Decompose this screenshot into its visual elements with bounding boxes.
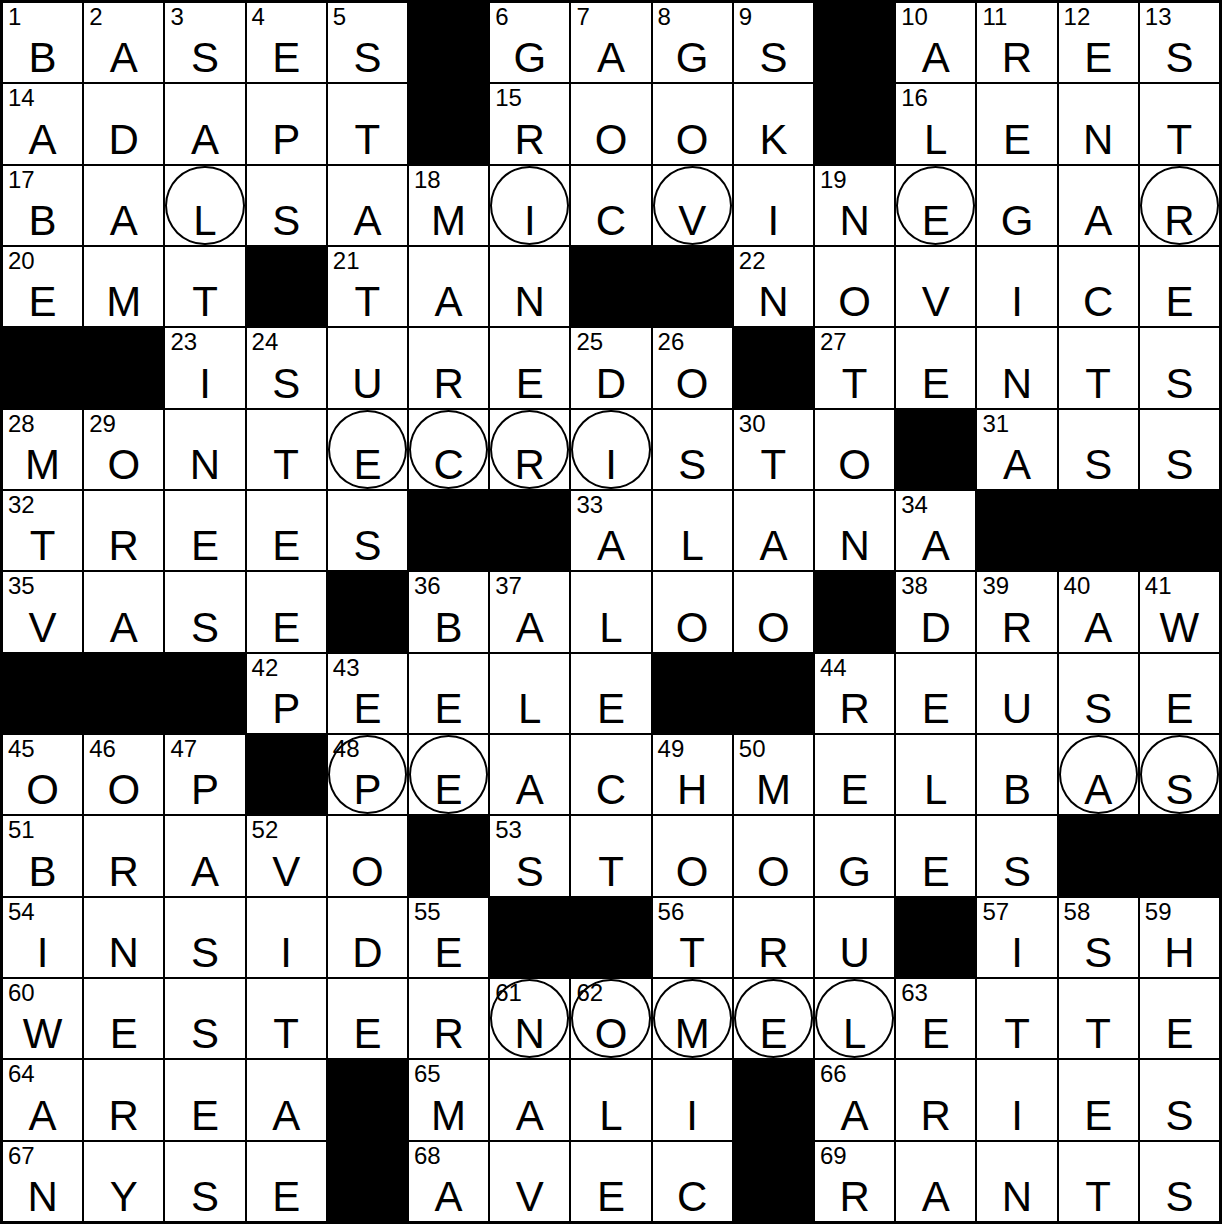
grid-cell-r12c4[interactable]: I — [247, 898, 326, 977]
clue-number: 41 — [1145, 574, 1172, 598]
grid-cell-r2c14[interactable]: N — [1059, 84, 1138, 163]
grid-cell-r1c9[interactable]: 8G — [653, 3, 732, 82]
grid-cell-r5c7[interactable]: E — [490, 328, 569, 407]
grid-cell-r9c13[interactable]: U — [977, 654, 1056, 733]
cell-letter: T — [653, 932, 732, 974]
clue-number: 8 — [658, 5, 671, 29]
clue-number: 49 — [658, 737, 685, 761]
grid-cell-r15c15[interactable]: S — [1140, 1142, 1219, 1221]
grid-cell-r13c5[interactable]: E — [328, 979, 407, 1058]
black-square-r1c11 — [815, 3, 894, 82]
black-square-r12c7 — [490, 898, 569, 977]
cell-letter: R — [84, 1095, 163, 1137]
grid-cell-r11c10[interactable]: O — [734, 816, 813, 895]
grid-cell-r7c8[interactable]: 33A — [571, 491, 650, 570]
grid-cell-r8c10[interactable]: O — [734, 572, 813, 651]
grid-cell-r10c6[interactable]: E — [409, 735, 488, 814]
grid-cell-r1c3[interactable]: 3S — [165, 3, 244, 82]
grid-cell-r6c13[interactable]: 31A — [977, 410, 1056, 489]
grid-cell-r10c9[interactable]: 49H — [653, 735, 732, 814]
grid-cell-r7c1[interactable]: 32T — [3, 491, 82, 570]
cell-letter: S — [734, 37, 813, 79]
cell-letter: M — [653, 1013, 732, 1055]
grid-cell-r1c5[interactable]: 5S — [328, 3, 407, 82]
grid-cell-r8c13[interactable]: 39R — [977, 572, 1056, 651]
cell-letter: A — [165, 119, 244, 161]
clue-number: 17 — [8, 168, 35, 192]
grid-cell-r7c3[interactable]: E — [165, 491, 244, 570]
grid-cell-r3c10[interactable]: I — [734, 166, 813, 245]
cell-letter: D — [84, 119, 163, 161]
grid-cell-r3c1[interactable]: 17B — [3, 166, 82, 245]
grid-cell-r3c11[interactable]: 19N — [815, 166, 894, 245]
grid-cell-r6c6[interactable]: C — [409, 410, 488, 489]
grid-cell-r6c14[interactable]: S — [1059, 410, 1138, 489]
grid-cell-r6c8[interactable]: I — [571, 410, 650, 489]
grid-cell-r3c4[interactable]: S — [247, 166, 326, 245]
clue-number: 66 — [820, 1062, 847, 1086]
clue-number: 32 — [8, 493, 35, 517]
cell-letter: P — [247, 688, 326, 730]
grid-cell-r12c13[interactable]: 57I — [977, 898, 1056, 977]
grid-cell-r12c15[interactable]: 59H — [1140, 898, 1219, 977]
grid-cell-r14c6[interactable]: 65M — [409, 1060, 488, 1139]
cell-letter: S — [1140, 444, 1219, 486]
grid-cell-r1c15[interactable]: 13S — [1140, 3, 1219, 82]
black-square-r11c15 — [1140, 816, 1219, 895]
clue-number: 38 — [901, 574, 928, 598]
cell-letter: R — [490, 119, 569, 161]
grid-cell-r10c14[interactable]: A — [1059, 735, 1138, 814]
grid-cell-r8c14[interactable]: 40A — [1059, 572, 1138, 651]
cell-letter: A — [734, 525, 813, 567]
grid-cell-r5c12[interactable]: E — [896, 328, 975, 407]
grid-cell-r7c4[interactable]: E — [247, 491, 326, 570]
cell-letter: T — [328, 281, 407, 323]
grid-cell-r10c8[interactable]: C — [571, 735, 650, 814]
cell-letter: E — [571, 1176, 650, 1218]
grid-cell-r14c14[interactable]: E — [1059, 1060, 1138, 1139]
grid-cell-r2c7[interactable]: 15R — [490, 84, 569, 163]
grid-cell-r15c8[interactable]: E — [571, 1142, 650, 1221]
clue-number: 48 — [333, 737, 360, 761]
grid-cell-r1c8[interactable]: 7A — [571, 3, 650, 82]
grid-cell-r2c3[interactable]: A — [165, 84, 244, 163]
grid-cell-r12c1[interactable]: 54I — [3, 898, 82, 977]
grid-cell-r2c4[interactable]: P — [247, 84, 326, 163]
grid-cell-r3c5[interactable]: A — [328, 166, 407, 245]
cell-letter: E — [328, 444, 407, 486]
grid-cell-r14c13[interactable]: I — [977, 1060, 1056, 1139]
cell-letter: T — [1140, 119, 1219, 161]
grid-cell-r4c1[interactable]: 20E — [3, 247, 82, 326]
grid-cell-r4c14[interactable]: C — [1059, 247, 1138, 326]
cell-letter: E — [1059, 37, 1138, 79]
grid-cell-r14c7[interactable]: A — [490, 1060, 569, 1139]
grid-cell-r5c8[interactable]: 25D — [571, 328, 650, 407]
grid-cell-r3c12[interactable]: E — [896, 166, 975, 245]
clue-number: 14 — [8, 86, 35, 110]
black-square-r8c5 — [328, 572, 407, 651]
grid-cell-r10c2[interactable]: 46O — [84, 735, 163, 814]
grid-cell-r1c10[interactable]: 9S — [734, 3, 813, 82]
grid-cell-r4c15[interactable]: E — [1140, 247, 1219, 326]
grid-cell-r7c2[interactable]: R — [84, 491, 163, 570]
grid-cell-r5c4[interactable]: 24S — [247, 328, 326, 407]
grid-cell-r7c10[interactable]: A — [734, 491, 813, 570]
grid-cell-r6c15[interactable]: S — [1140, 410, 1219, 489]
grid-cell-r5c3[interactable]: 23I — [165, 328, 244, 407]
cell-letter: G — [653, 37, 732, 79]
black-square-r9c1 — [3, 654, 82, 733]
grid-cell-r15c7[interactable]: V — [490, 1142, 569, 1221]
grid-cell-r4c7[interactable]: N — [490, 247, 569, 326]
black-square-r7c14 — [1059, 491, 1138, 570]
clue-number: 18 — [414, 168, 441, 192]
grid-cell-r13c13[interactable]: T — [977, 979, 1056, 1058]
grid-cell-r9c12[interactable]: E — [896, 654, 975, 733]
grid-cell-r14c11[interactable]: 66A — [815, 1060, 894, 1139]
black-square-r2c6 — [409, 84, 488, 163]
cell-letter: O — [815, 444, 894, 486]
grid-cell-r14c1[interactable]: 64A — [3, 1060, 82, 1139]
cell-letter: E — [734, 1013, 813, 1055]
clue-number: 22 — [739, 249, 766, 273]
grid-cell-r1c2[interactable]: 2A — [84, 3, 163, 82]
grid-cell-r6c1[interactable]: 28M — [3, 410, 82, 489]
grid-cell-r1c7[interactable]: 6G — [490, 3, 569, 82]
cell-letter: R — [896, 1095, 975, 1137]
grid-cell-r1c1[interactable]: 1B — [3, 3, 82, 82]
cell-letter: P — [247, 119, 326, 161]
grid-cell-r11c13[interactable]: S — [977, 816, 1056, 895]
grid-cell-r3c6[interactable]: 18M — [409, 166, 488, 245]
cell-letter: O — [3, 769, 82, 811]
clue-number: 64 — [8, 1062, 35, 1086]
cell-letter: S — [247, 200, 326, 242]
cell-letter: A — [896, 525, 975, 567]
grid-cell-r5c11[interactable]: 27T — [815, 328, 894, 407]
grid-cell-r8c9[interactable]: O — [653, 572, 732, 651]
grid-cell-r10c1[interactable]: 45O — [3, 735, 82, 814]
cell-letter: T — [815, 363, 894, 405]
cell-letter: L — [571, 607, 650, 649]
clue-number: 33 — [576, 493, 603, 517]
grid-cell-r13c12[interactable]: 63E — [896, 979, 975, 1058]
cell-letter: A — [409, 1176, 488, 1218]
grid-cell-r8c12[interactable]: 38D — [896, 572, 975, 651]
grid-cell-r13c9[interactable]: M — [653, 979, 732, 1058]
black-square-r1c6 — [409, 3, 488, 82]
cell-letter: E — [490, 363, 569, 405]
grid-cell-r10c7[interactable]: A — [490, 735, 569, 814]
grid-cell-r10c3[interactable]: 47P — [165, 735, 244, 814]
cell-letter: M — [409, 200, 488, 242]
grid-cell-r15c13[interactable]: N — [977, 1142, 1056, 1221]
grid-cell-r11c5[interactable]: O — [328, 816, 407, 895]
cell-letter: O — [653, 851, 732, 893]
grid-cell-r12c6[interactable]: 55E — [409, 898, 488, 977]
grid-cell-r5c5[interactable]: U — [328, 328, 407, 407]
cell-letter: S — [977, 851, 1056, 893]
grid-cell-r15c6[interactable]: 68A — [409, 1142, 488, 1221]
grid-cell-r14c12[interactable]: R — [896, 1060, 975, 1139]
grid-cell-r4c13[interactable]: I — [977, 247, 1056, 326]
grid-cell-r15c1[interactable]: 67N — [3, 1142, 82, 1221]
grid-cell-r10c11[interactable]: E — [815, 735, 894, 814]
grid-cell-r13c2[interactable]: E — [84, 979, 163, 1058]
grid-cell-r11c4[interactable]: 52V — [247, 816, 326, 895]
grid-cell-r11c9[interactable]: O — [653, 816, 732, 895]
grid-cell-r13c4[interactable]: T — [247, 979, 326, 1058]
cell-letter: K — [734, 119, 813, 161]
grid-cell-r13c14[interactable]: T — [1059, 979, 1138, 1058]
grid-cell-r6c4[interactable]: T — [247, 410, 326, 489]
grid-cell-r12c11[interactable]: U — [815, 898, 894, 977]
grid-cell-r6c7[interactable]: R — [490, 410, 569, 489]
clue-number: 36 — [414, 574, 441, 598]
grid-cell-r14c4[interactable]: A — [247, 1060, 326, 1139]
grid-cell-r5c6[interactable]: R — [409, 328, 488, 407]
grid-cell-r10c10[interactable]: 50M — [734, 735, 813, 814]
black-square-r5c2 — [84, 328, 163, 407]
grid-cell-r3c2[interactable]: A — [84, 166, 163, 245]
clue-number: 37 — [495, 574, 522, 598]
cell-letter: O — [653, 607, 732, 649]
cell-letter: A — [3, 119, 82, 161]
grid-cell-r8c3[interactable]: S — [165, 572, 244, 651]
cell-letter: T — [3, 525, 82, 567]
cell-letter: E — [328, 1013, 407, 1055]
grid-cell-r3c13[interactable]: G — [977, 166, 1056, 245]
grid-cell-r15c4[interactable]: E — [247, 1142, 326, 1221]
grid-cell-r4c11[interactable]: O — [815, 247, 894, 326]
cell-letter: D — [896, 607, 975, 649]
grid-cell-r13c3[interactable]: S — [165, 979, 244, 1058]
cell-letter: L — [490, 688, 569, 730]
grid-cell-r3c9[interactable]: V — [653, 166, 732, 245]
grid-cell-r6c10[interactable]: 30T — [734, 410, 813, 489]
grid-cell-r1c13[interactable]: 11R — [977, 3, 1056, 82]
grid-cell-r3c15[interactable]: R — [1140, 166, 1219, 245]
grid-cell-r13c10[interactable]: E — [734, 979, 813, 1058]
grid-cell-r8c15[interactable]: 41W — [1140, 572, 1219, 651]
grid-cell-r10c5[interactable]: 48P — [328, 735, 407, 814]
black-square-r9c9 — [653, 654, 732, 733]
cell-letter: C — [653, 1176, 732, 1218]
grid-cell-r13c6[interactable]: R — [409, 979, 488, 1058]
grid-cell-r9c14[interactable]: S — [1059, 654, 1138, 733]
grid-cell-r12c2[interactable]: N — [84, 898, 163, 977]
grid-cell-r8c1[interactable]: 35V — [3, 572, 82, 651]
grid-cell-r15c11[interactable]: 69R — [815, 1142, 894, 1221]
grid-cell-r14c8[interactable]: L — [571, 1060, 650, 1139]
grid-cell-r2c9[interactable]: O — [653, 84, 732, 163]
black-square-r7c6 — [409, 491, 488, 570]
grid-cell-r4c5[interactable]: 21T — [328, 247, 407, 326]
grid-cell-r7c9[interactable]: L — [653, 491, 732, 570]
cell-letter: R — [409, 363, 488, 405]
cell-letter: N — [490, 281, 569, 323]
crossword-grid: 1B2A3S4E5S6G7A8G9S10A11R12E13S14ADAPT15R… — [0, 0, 1222, 1224]
cell-letter: I — [977, 281, 1056, 323]
grid-cell-r12c9[interactable]: 56T — [653, 898, 732, 977]
grid-cell-r12c14[interactable]: 58S — [1059, 898, 1138, 977]
grid-cell-r11c1[interactable]: 51B — [3, 816, 82, 895]
grid-cell-r3c14[interactable]: A — [1059, 166, 1138, 245]
grid-cell-r2c8[interactable]: O — [571, 84, 650, 163]
grid-cell-r9c5[interactable]: 43E — [328, 654, 407, 733]
grid-cell-r8c6[interactable]: 36B — [409, 572, 488, 651]
cell-letter: E — [84, 1013, 163, 1055]
cell-letter: R — [409, 1013, 488, 1055]
grid-cell-r13c1[interactable]: 60W — [3, 979, 82, 1058]
cell-letter: E — [165, 1095, 244, 1137]
grid-cell-r12c5[interactable]: D — [328, 898, 407, 977]
cell-letter: O — [653, 119, 732, 161]
grid-cell-r2c2[interactable]: D — [84, 84, 163, 163]
grid-cell-r9c6[interactable]: E — [409, 654, 488, 733]
cell-letter: M — [734, 769, 813, 811]
cell-letter: M — [3, 444, 82, 486]
cell-letter: E — [1059, 1095, 1138, 1137]
grid-cell-r2c1[interactable]: 14A — [3, 84, 82, 163]
cell-letter: S — [165, 1176, 244, 1218]
grid-cell-r2c13[interactable]: E — [977, 84, 1056, 163]
grid-cell-r2c10[interactable]: K — [734, 84, 813, 163]
grid-cell-r11c7[interactable]: 53S — [490, 816, 569, 895]
cell-letter: S — [1140, 363, 1219, 405]
grid-cell-r15c12[interactable]: A — [896, 1142, 975, 1221]
cell-letter: S — [490, 851, 569, 893]
cell-letter: A — [1059, 769, 1138, 811]
grid-cell-r15c14[interactable]: T — [1059, 1142, 1138, 1221]
grid-cell-r12c10[interactable]: R — [734, 898, 813, 977]
grid-cell-r14c15[interactable]: S — [1140, 1060, 1219, 1139]
cell-letter: A — [165, 851, 244, 893]
grid-cell-r4c2[interactable]: M — [84, 247, 163, 326]
grid-cell-r12c3[interactable]: S — [165, 898, 244, 977]
clue-number: 50 — [739, 737, 766, 761]
clue-number: 63 — [901, 981, 928, 1005]
cell-letter: L — [815, 1013, 894, 1055]
cell-letter: Y — [84, 1176, 163, 1218]
grid-cell-r15c2[interactable]: Y — [84, 1142, 163, 1221]
cell-letter: V — [490, 1176, 569, 1218]
black-square-r7c7 — [490, 491, 569, 570]
grid-cell-r8c2[interactable]: A — [84, 572, 163, 651]
grid-cell-r11c11[interactable]: G — [815, 816, 894, 895]
grid-cell-r5c13[interactable]: N — [977, 328, 1056, 407]
grid-cell-r6c3[interactable]: N — [165, 410, 244, 489]
cell-letter: E — [815, 769, 894, 811]
grid-cell-r11c12[interactable]: E — [896, 816, 975, 895]
grid-cell-r15c3[interactable]: S — [165, 1142, 244, 1221]
grid-cell-r14c2[interactable]: R — [84, 1060, 163, 1139]
cell-letter: B — [3, 200, 82, 242]
grid-cell-r13c11[interactable]: L — [815, 979, 894, 1058]
grid-cell-r9c15[interactable]: E — [1140, 654, 1219, 733]
grid-cell-r9c7[interactable]: L — [490, 654, 569, 733]
cell-letter: S — [1059, 688, 1138, 730]
grid-cell-r10c12[interactable]: L — [896, 735, 975, 814]
grid-cell-r14c3[interactable]: E — [165, 1060, 244, 1139]
black-square-r9c3 — [165, 654, 244, 733]
grid-cell-r2c5[interactable]: T — [328, 84, 407, 163]
cell-letter: E — [1140, 281, 1219, 323]
grid-cell-r1c4[interactable]: 4E — [247, 3, 326, 82]
grid-cell-r10c15[interactable]: S — [1140, 735, 1219, 814]
grid-cell-r4c10[interactable]: 22N — [734, 247, 813, 326]
cell-letter: R — [84, 525, 163, 567]
grid-cell-r5c15[interactable]: S — [1140, 328, 1219, 407]
grid-cell-r2c15[interactable]: T — [1140, 84, 1219, 163]
grid-cell-r6c2[interactable]: 29O — [84, 410, 163, 489]
grid-cell-r7c11[interactable]: N — [815, 491, 894, 570]
grid-cell-r6c11[interactable]: O — [815, 410, 894, 489]
grid-cell-r13c15[interactable]: E — [1140, 979, 1219, 1058]
grid-cell-r9c11[interactable]: 44R — [815, 654, 894, 733]
grid-cell-r8c4[interactable]: E — [247, 572, 326, 651]
grid-cell-r3c8[interactable]: C — [571, 166, 650, 245]
black-square-r8c11 — [815, 572, 894, 651]
grid-cell-r4c12[interactable]: V — [896, 247, 975, 326]
grid-cell-r11c2[interactable]: R — [84, 816, 163, 895]
grid-cell-r6c9[interactable]: S — [653, 410, 732, 489]
grid-cell-r9c4[interactable]: 42P — [247, 654, 326, 733]
grid-cell-r7c12[interactable]: 34A — [896, 491, 975, 570]
grid-cell-r8c8[interactable]: L — [571, 572, 650, 651]
clue-number: 53 — [495, 818, 522, 842]
grid-cell-r8c7[interactable]: 37A — [490, 572, 569, 651]
grid-cell-r6c5[interactable]: E — [328, 410, 407, 489]
grid-cell-r5c9[interactable]: 26O — [653, 328, 732, 407]
grid-cell-r5c14[interactable]: T — [1059, 328, 1138, 407]
grid-cell-r3c3[interactable]: L — [165, 166, 244, 245]
grid-cell-r13c7[interactable]: 61N — [490, 979, 569, 1058]
cell-letter: A — [1059, 607, 1138, 649]
grid-cell-r4c6[interactable]: A — [409, 247, 488, 326]
cell-letter: S — [165, 607, 244, 649]
cell-letter: A — [490, 607, 569, 649]
cell-letter: C — [1059, 281, 1138, 323]
grid-cell-r9c8[interactable]: E — [571, 654, 650, 733]
clue-number: 44 — [820, 656, 847, 680]
cell-letter: N — [977, 1176, 1056, 1218]
grid-cell-r15c9[interactable]: C — [653, 1142, 732, 1221]
grid-cell-r4c3[interactable]: T — [165, 247, 244, 326]
grid-cell-r13c8[interactable]: 62O — [571, 979, 650, 1058]
grid-cell-r1c12[interactable]: 10A — [896, 3, 975, 82]
cell-letter: I — [490, 200, 569, 242]
grid-cell-r2c12[interactable]: 16L — [896, 84, 975, 163]
grid-cell-r7c5[interactable]: S — [328, 491, 407, 570]
grid-cell-r14c9[interactable]: I — [653, 1060, 732, 1139]
clue-number: 31 — [982, 412, 1009, 436]
clue-number: 10 — [901, 5, 928, 29]
grid-cell-r1c14[interactable]: 12E — [1059, 3, 1138, 82]
cell-letter: S — [328, 525, 407, 567]
grid-cell-r3c7[interactable]: I — [490, 166, 569, 245]
cell-letter: S — [1140, 1095, 1219, 1137]
grid-cell-r10c13[interactable]: B — [977, 735, 1056, 814]
clue-number: 28 — [8, 412, 35, 436]
cell-letter: E — [409, 769, 488, 811]
grid-cell-r11c3[interactable]: A — [165, 816, 244, 895]
cell-letter: U — [328, 363, 407, 405]
cell-letter: E — [896, 363, 975, 405]
grid-cell-r11c8[interactable]: T — [571, 816, 650, 895]
